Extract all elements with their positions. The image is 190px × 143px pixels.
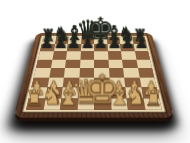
square-f6[interactable] <box>108 51 122 59</box>
photo-background: ♜♞♝♛♚♝♞♜♟♟♟♟♟♟♟♟♟♟♟♟♟♟♟♟♜♞♝♛♚♝♞♜ <box>0 0 190 143</box>
square-c7[interactable]: ♟ <box>67 44 81 52</box>
square-c6[interactable] <box>66 51 80 59</box>
square-h7[interactable]: ♟ <box>133 44 148 52</box>
piece-black-pawn[interactable]: ♟ <box>53 35 67 51</box>
square-h5[interactable] <box>136 59 152 68</box>
square-a5[interactable] <box>36 59 52 68</box>
board-squares: ♜♞♝♛♚♝♞♜♟♟♟♟♟♟♟♟♟♟♟♟♟♟♟♟♜♞♝♛♚♝♞♜ <box>26 37 162 110</box>
square-g7[interactable]: ♟ <box>120 44 134 52</box>
square-g6[interactable] <box>121 51 136 59</box>
piece-black-pawn[interactable]: ♟ <box>67 35 81 51</box>
square-f7[interactable]: ♟ <box>107 44 121 52</box>
piece-black-pawn[interactable]: ♟ <box>107 35 121 51</box>
piece-black-pawn[interactable]: ♟ <box>134 35 148 51</box>
square-d6[interactable] <box>80 51 94 59</box>
square-g5[interactable] <box>122 59 138 68</box>
square-g1[interactable]: ♞ <box>127 98 145 110</box>
square-b5[interactable] <box>51 59 67 68</box>
chessboard-scene: ♜♞♝♛♚♝♞♜♟♟♟♟♟♟♟♟♟♟♟♟♟♟♟♟♜♞♝♛♚♝♞♜ <box>0 0 190 143</box>
piece-black-pawn[interactable]: ♟ <box>80 35 94 51</box>
square-c5[interactable] <box>65 59 80 68</box>
chessboard: ♜♞♝♛♚♝♞♜♟♟♟♟♟♟♟♟♟♟♟♟♟♟♟♟♜♞♝♛♚♝♞♜ <box>13 33 174 118</box>
piece-white-rook[interactable]: ♜ <box>144 88 163 109</box>
square-e7[interactable]: ♟ <box>94 44 108 52</box>
square-d7[interactable]: ♟ <box>80 44 94 52</box>
piece-black-pawn[interactable]: ♟ <box>40 35 54 51</box>
piece-black-pawn[interactable]: ♟ <box>94 35 108 51</box>
square-e6[interactable] <box>94 51 108 59</box>
piece-black-pawn[interactable]: ♟ <box>121 35 135 51</box>
square-h6[interactable] <box>135 51 150 59</box>
square-h1[interactable]: ♜ <box>143 98 162 110</box>
square-b6[interactable] <box>52 51 67 59</box>
